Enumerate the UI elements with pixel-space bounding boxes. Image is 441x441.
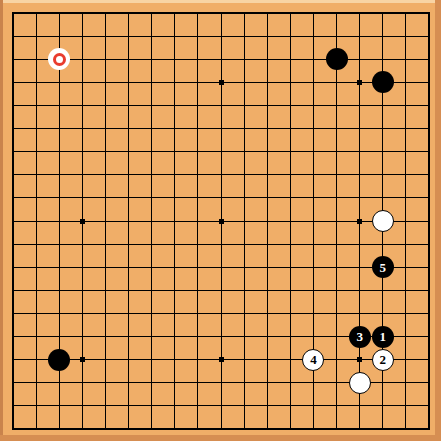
grid-line-horizontal [14, 313, 428, 314]
stone-black-R5[interactable]: 1 [372, 326, 394, 348]
grid-line-vertical [244, 14, 245, 428]
frame-edge-top [0, 0, 441, 3]
frame-edge-right [435, 0, 441, 441]
stone-white-Q3[interactable] [349, 372, 371, 394]
stone-black-P17[interactable] [326, 48, 348, 70]
grid-line-vertical [267, 14, 268, 428]
stone-black-R16[interactable] [372, 71, 394, 93]
grid-line-vertical [290, 14, 291, 428]
grid-line-vertical [336, 14, 337, 428]
stone-white-R10[interactable] [372, 210, 394, 232]
move-number-label: 2 [380, 353, 387, 366]
grid-line-horizontal [14, 290, 428, 291]
stone-black-Q5[interactable]: 3 [349, 326, 371, 348]
frame-edge-left [0, 0, 3, 441]
grid-line-vertical [405, 14, 406, 428]
hoshi-point [80, 357, 85, 362]
stone-white-R4[interactable]: 2 [372, 349, 394, 371]
circle-marker-icon [53, 53, 66, 66]
move-number-label: 4 [310, 353, 317, 366]
stone-black-R8[interactable]: 5 [372, 256, 394, 278]
move-number-label: 1 [380, 330, 387, 343]
grid-line-horizontal [14, 267, 428, 268]
go-board[interactable]: 53124 [0, 0, 441, 441]
stone-black-C4[interactable] [48, 349, 70, 371]
grid-line-horizontal [14, 405, 428, 406]
hoshi-point [219, 219, 224, 224]
go-diagram: 53124 [0, 0, 441, 441]
hoshi-point [80, 219, 85, 224]
hoshi-point [357, 357, 362, 362]
grid-line-horizontal [14, 244, 428, 245]
hoshi-point [357, 219, 362, 224]
frame-edge-bottom [0, 435, 441, 441]
move-number-label: 3 [356, 330, 363, 343]
hoshi-point [219, 357, 224, 362]
move-number-label: 5 [380, 260, 387, 273]
stone-white-N4[interactable]: 4 [302, 349, 324, 371]
hoshi-point [357, 80, 362, 85]
hoshi-point [219, 80, 224, 85]
